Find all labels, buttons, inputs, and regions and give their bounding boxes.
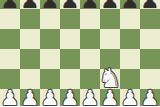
square-h4[interactable] [140,49,160,69]
square-d2[interactable]: ♟ [60,89,80,106]
square-d7[interactable]: ♟ [60,0,80,9]
white-pawn[interactable]: ♟ [81,88,100,107]
square-e4[interactable] [80,49,100,69]
square-h2[interactable]: ♟ [140,89,160,106]
white-pawn[interactable]: ♟ [101,88,120,107]
square-e2[interactable]: ♟ [80,89,100,106]
white-pawn[interactable]: ♟ [141,88,160,107]
square-h7[interactable]: ♟ [140,0,160,9]
square-c5[interactable] [40,29,60,49]
square-a4[interactable] [0,49,20,69]
black-pawn[interactable]: ♟ [61,0,80,12]
square-f7[interactable]: ♟ [100,0,120,9]
square-g4[interactable] [120,49,140,69]
square-b2[interactable]: ♟ [20,89,40,106]
square-d4[interactable] [60,49,80,69]
white-pawn[interactable]: ♟ [41,88,60,107]
black-pawn[interactable]: ♟ [41,0,60,12]
black-pawn[interactable]: ♟ [1,0,20,12]
square-c7[interactable]: ♟ [40,0,60,9]
black-pawn[interactable]: ♟ [141,0,160,12]
chess-board-viewport: ♟♟♟♟♟♟♟♟♞♟♟♟♟♟♟♟♟ [0,0,160,106]
square-f2[interactable]: ♟ [100,89,120,106]
square-f5[interactable] [100,29,120,49]
black-pawn[interactable]: ♟ [101,0,120,12]
square-c2[interactable]: ♟ [40,89,60,106]
square-b4[interactable] [20,49,40,69]
white-pawn[interactable]: ♟ [121,88,140,107]
square-b7[interactable]: ♟ [20,0,40,9]
square-g5[interactable] [120,29,140,49]
white-pawn[interactable]: ♟ [21,88,40,107]
square-b5[interactable] [20,29,40,49]
square-a2[interactable]: ♟ [0,89,20,106]
square-d5[interactable] [60,29,80,49]
white-pawn[interactable]: ♟ [61,88,80,107]
square-h5[interactable] [140,29,160,49]
square-e5[interactable] [80,29,100,49]
black-pawn[interactable]: ♟ [21,0,40,12]
square-a5[interactable] [0,29,20,49]
black-pawn[interactable]: ♟ [121,0,140,12]
chess-board: ♟♟♟♟♟♟♟♟♞♟♟♟♟♟♟♟♟ [0,0,160,106]
square-c4[interactable] [40,49,60,69]
square-e7[interactable]: ♟ [80,0,100,9]
white-pawn[interactable]: ♟ [1,88,20,107]
square-g7[interactable]: ♟ [120,0,140,9]
square-g2[interactable]: ♟ [120,89,140,106]
square-a7[interactable]: ♟ [0,0,20,9]
black-pawn[interactable]: ♟ [81,0,100,12]
